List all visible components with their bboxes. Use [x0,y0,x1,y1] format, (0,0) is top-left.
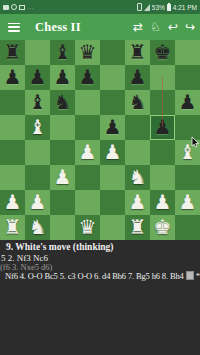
square-d4[interactable]: ♟ [75,140,100,165]
square-e2[interactable] [100,190,125,215]
square-b1[interactable]: ♞ [25,215,50,240]
square-d2[interactable] [75,190,100,215]
piece-white-pawn[interactable]: ♟ [75,140,100,165]
status-bar: ⋯ 53% 4:21 PM [0,0,200,14]
square-e6[interactable] [100,90,125,115]
square-h3[interactable] [175,165,200,190]
signal-icon [144,4,150,11]
piece-black-pawn[interactable]: ♟ [75,65,100,90]
square-c3[interactable]: ♟ [50,165,75,190]
clock: 4:21 PM [173,4,197,11]
square-b8[interactable] [25,40,50,65]
square-c8[interactable]: ♝ [50,40,75,65]
mouse-cursor-icon [191,137,200,148]
screenshot-notification-icon [19,5,25,10]
square-f6[interactable]: ♞ [125,90,150,115]
square-g3[interactable] [150,165,175,190]
piece-black-pawn[interactable]: ♟ [125,65,150,90]
piece-white-pawn[interactable]: ♟ [150,190,175,215]
square-f5[interactable] [125,115,150,140]
square-a8[interactable]: ♜ [0,40,25,65]
square-d6[interactable] [75,90,100,115]
square-h8[interactable] [175,40,200,65]
piece-white-pawn[interactable]: ♟ [50,165,75,190]
square-c6[interactable]: ♞ [50,90,75,115]
square-h6[interactable]: ♟ [175,90,200,115]
square-f1[interactable]: ♜ [125,215,150,240]
square-b4[interactable] [25,140,50,165]
square-d1[interactable]: ♛ [75,215,100,240]
square-d3[interactable] [75,165,100,190]
square-a6[interactable] [0,90,25,115]
square-h2[interactable]: ♟ [175,190,200,215]
chess-board: ♜♝♛♜♚♟♟♟♟♟♝♞♞♟♝♟♟♟♟♝♟♞♟♟♟♟♟♜♞♛♜♚ [0,40,200,240]
square-g1[interactable]: ♚ [150,215,175,240]
square-b3[interactable] [25,165,50,190]
piece-white-bishop[interactable]: ♝ [25,115,50,140]
missing-glyph-box [186,271,194,280]
square-f7[interactable]: ♟ [125,65,150,90]
square-d8[interactable]: ♛ [75,40,100,65]
square-c7[interactable]: ♟ [50,65,75,90]
piece-white-king[interactable]: ♚ [150,215,175,240]
game-result-asterisk: * [196,271,200,281]
piece-white-pawn[interactable]: ♟ [175,190,200,215]
flip-board-icon[interactable]: ⇄ [133,21,143,33]
move-panel: 9. White's move (thinking) 5 2. Nf3 Nc6 … [0,240,200,355]
piece-black-pawn[interactable]: ♟ [0,65,25,90]
app-notification-icon [11,4,17,10]
overflow-dots-icon: ⋯ [27,4,34,11]
square-a3[interactable] [0,165,25,190]
piece-white-pawn[interactable]: ♟ [100,140,125,165]
piece-white-rook[interactable]: ♜ [125,215,150,240]
menu-icon[interactable] [8,23,20,32]
square-e7[interactable] [100,65,125,90]
square-d5[interactable] [75,115,100,140]
square-b7[interactable]: ♟ [25,65,50,90]
piece-black-queen[interactable]: ♛ [75,40,100,65]
piece-black-bishop[interactable]: ♝ [50,40,75,65]
notification-icons: ⋯ [3,4,34,11]
square-c4[interactable] [50,140,75,165]
piece-black-pawn[interactable]: ♟ [50,65,75,90]
square-a5[interactable] [0,115,25,140]
piece-white-knight[interactable]: ♞ [25,215,50,240]
square-c1[interactable] [50,215,75,240]
piece-black-pawn[interactable]: ♟ [100,115,125,140]
turn-status-line: 9. White's move (thinking) [6,242,114,252]
square-g8[interactable]: ♚ [150,40,175,65]
square-h7[interactable] [175,65,200,90]
square-e8[interactable] [100,40,125,65]
square-e4[interactable]: ♟ [100,140,125,165]
piece-black-king[interactable]: ♚ [150,40,175,65]
battery-icon [167,4,171,11]
piece-white-pawn[interactable]: ♟ [125,190,150,215]
square-e3[interactable] [100,165,125,190]
square-c2[interactable] [50,190,75,215]
piece-white-queen[interactable]: ♛ [75,215,100,240]
undo-icon[interactable]: ↩ [168,21,178,33]
last-move-trail [162,77,163,127]
redo-icon[interactable]: ↪ [185,21,195,33]
piece-black-rook[interactable]: ♜ [125,40,150,65]
piece-black-pawn[interactable]: ♟ [175,90,200,115]
piece-black-bishop[interactable]: ♝ [25,90,50,115]
square-b2[interactable]: ♟ [25,190,50,215]
square-f3[interactable]: ♞ [125,165,150,190]
square-f8[interactable]: ♜ [125,40,150,65]
piece-black-knight[interactable]: ♞ [125,90,150,115]
app-bar: Chess II ⇄ ♘ ↩ ↪ [0,14,200,40]
system-status-icons: 53% 4:21 PM [137,3,197,11]
piece-white-rook[interactable]: ♜ [0,215,25,240]
move-list-text: Nf6 4. O-O Bc5 5. c3 O-O 6. d4 Bb6 7. Bg… [5,271,184,281]
engine-hint-icon[interactable]: ♘ [150,21,161,33]
square-b5[interactable]: ♝ [25,115,50,140]
square-f4[interactable] [125,140,150,165]
phone-screen: ⋯ 53% 4:21 PM Chess II ⇄ ♘ ↩ ↪ ♜♝♛♜♚♟♟♟♟… [0,0,200,355]
piece-white-pawn[interactable]: ♟ [25,190,50,215]
chat-notification-icon [3,5,9,10]
piece-black-pawn[interactable]: ♟ [25,65,50,90]
square-g4[interactable] [150,140,175,165]
square-g2[interactable]: ♟ [150,190,175,215]
vibrate-icon [137,3,142,11]
piece-white-pawn[interactable]: ♟ [0,190,25,215]
piece-black-knight[interactable]: ♞ [50,90,75,115]
square-e5[interactable]: ♟ [100,115,125,140]
app-title: Chess II [35,20,81,35]
piece-white-knight[interactable]: ♞ [125,165,150,190]
piece-black-rook[interactable]: ♜ [0,40,25,65]
square-e1[interactable] [100,215,125,240]
square-a1[interactable]: ♜ [0,215,25,240]
square-d7[interactable]: ♟ [75,65,100,90]
square-b6[interactable]: ♝ [25,90,50,115]
square-a4[interactable] [0,140,25,165]
square-a2[interactable]: ♟ [0,190,25,215]
square-h1[interactable] [175,215,200,240]
square-a7[interactable]: ♟ [0,65,25,90]
battery-percent: 53% [152,4,165,11]
move-list-line-2: Nf6 4. O-O Bc5 5. c3 O-O 6. d4 Bb6 7. Bg… [5,271,200,281]
square-c5[interactable] [50,115,75,140]
square-f2[interactable]: ♟ [125,190,150,215]
